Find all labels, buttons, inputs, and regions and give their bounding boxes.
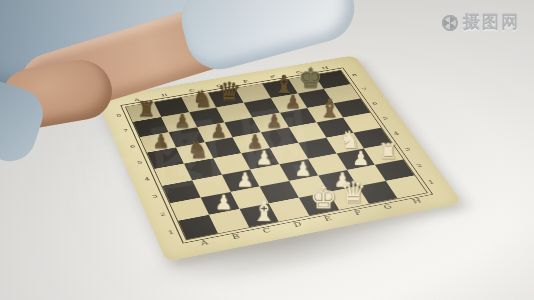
black-pawn[interactable]: ♟ <box>260 112 289 131</box>
coord-label: 7 <box>117 122 135 139</box>
coord-label: 4 <box>138 170 158 189</box>
black-bishop[interactable]: ♝ <box>315 96 344 121</box>
coord-label: H <box>400 195 434 208</box>
white-pawn[interactable]: ♟ <box>249 148 279 167</box>
black-queen[interactable]: ♛ <box>215 79 243 106</box>
white-pawn[interactable]: ♟ <box>208 193 240 213</box>
watermark: 摄图网 <box>442 11 520 34</box>
white-pawn[interactable]: ♟ <box>288 159 319 179</box>
white-bishop[interactable]: ♝ <box>247 197 279 225</box>
coord-label: 8 <box>110 107 128 124</box>
white-queen[interactable]: ♛ <box>337 178 368 208</box>
black-knight[interactable]: ♞ <box>183 138 213 162</box>
white-pawn[interactable]: ♟ <box>345 149 375 168</box>
black-rook[interactable]: ♜ <box>132 99 161 120</box>
black-pawn[interactable]: ♟ <box>146 132 176 151</box>
black-pawn[interactable]: ♟ <box>278 93 307 111</box>
camera-shutter-icon <box>442 15 458 31</box>
square-h1[interactable] <box>386 176 426 199</box>
black-pawn[interactable]: ♟ <box>168 112 197 131</box>
black-knight[interactable]: ♞ <box>188 88 217 111</box>
white-king[interactable]: ♚ <box>308 183 340 214</box>
photo-stage: ABCDEFGH ABCDEFGH 87654321 87654321 ♜♞♛♝… <box>0 0 534 300</box>
coord-label: F <box>341 206 375 219</box>
white-pawn[interactable]: ♟ <box>229 170 260 190</box>
watermark-brand: 摄图网 <box>463 11 520 34</box>
white-rook[interactable]: ♜ <box>373 140 403 162</box>
square-d4[interactable]: ♟ <box>242 148 280 169</box>
black-king[interactable]: ♚ <box>296 65 324 92</box>
square-h2[interactable] <box>375 159 415 181</box>
